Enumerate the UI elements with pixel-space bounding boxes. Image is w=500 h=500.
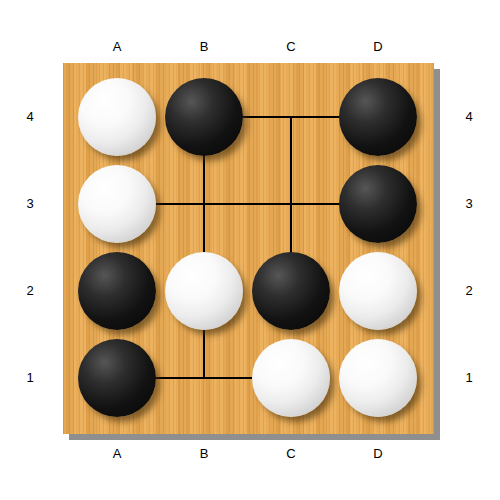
grid-line-segment	[204, 203, 291, 205]
white-stone-D2[interactable]	[339, 252, 417, 330]
row-label-left-3: 3	[18, 196, 42, 212]
white-stone-A3[interactable]	[78, 165, 156, 243]
white-stone-B2[interactable]	[165, 252, 243, 330]
white-stone-A4[interactable]	[78, 78, 156, 156]
column-label-top-D: D	[366, 39, 390, 55]
go-board[interactable]	[63, 63, 434, 434]
black-stone-D3[interactable]	[339, 165, 417, 243]
grid-line-segment	[290, 117, 292, 204]
black-stone-B4[interactable]	[165, 78, 243, 156]
white-stone-C1[interactable]	[252, 339, 330, 417]
row-label-left-4: 4	[18, 109, 42, 125]
row-label-left-2: 2	[18, 283, 42, 299]
row-label-left-1: 1	[18, 370, 42, 386]
column-label-top-A: A	[105, 39, 129, 55]
black-stone-C2[interactable]	[252, 252, 330, 330]
row-label-right-4: 4	[457, 109, 481, 125]
black-stone-D4[interactable]	[339, 78, 417, 156]
column-label-bottom-D: D	[366, 446, 390, 462]
black-stone-A2[interactable]	[78, 252, 156, 330]
row-label-right-2: 2	[457, 283, 481, 299]
go-board-diagram: AABBCCDD44332211	[0, 0, 500, 500]
column-label-top-B: B	[192, 39, 216, 55]
column-label-bottom-B: B	[192, 446, 216, 462]
white-stone-D1[interactable]	[339, 339, 417, 417]
row-label-right-3: 3	[457, 196, 481, 212]
black-stone-A1[interactable]	[78, 339, 156, 417]
column-label-top-C: C	[279, 39, 303, 55]
column-label-bottom-C: C	[279, 446, 303, 462]
row-label-right-1: 1	[457, 370, 481, 386]
column-label-bottom-A: A	[105, 446, 129, 462]
